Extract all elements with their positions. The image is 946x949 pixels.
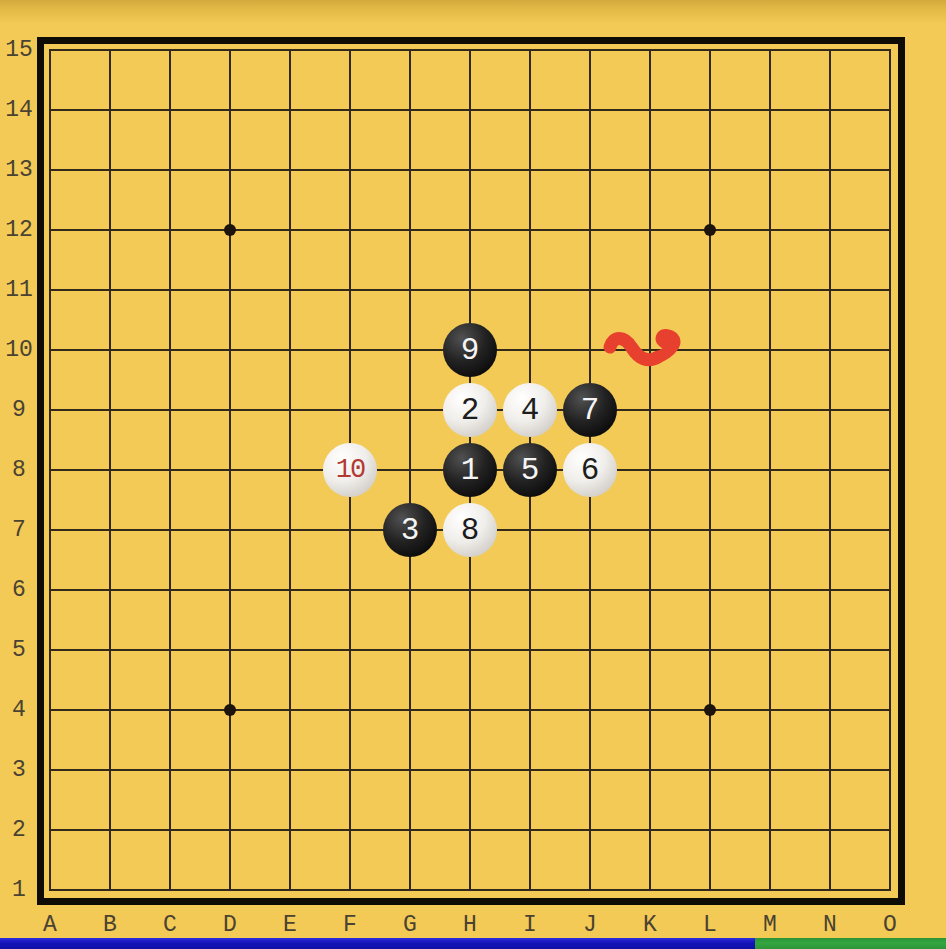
stone-5-black-I8: 5 <box>503 443 557 497</box>
status-bar <box>0 938 946 949</box>
board-grid[interactable]: 12345678910 <box>20 20 920 920</box>
stone-3-black-G7: 3 <box>383 503 437 557</box>
stone-9-black-H10: 9 <box>443 323 497 377</box>
status-bar-green-segment <box>755 938 946 949</box>
star-point-L4 <box>704 704 716 716</box>
stone-1-black-H8: 1 <box>443 443 497 497</box>
gomoku-app-window: 151413121110987654321 12345678910 ABCDEF… <box>0 0 946 949</box>
stone-4-white-I9: 4 <box>503 383 557 437</box>
status-bar-blue-segment <box>0 938 755 949</box>
stone-2-white-H9: 2 <box>443 383 497 437</box>
star-point-L12 <box>704 224 716 236</box>
stone-10-white-F8: 10 <box>323 443 377 497</box>
stone-8-white-H7: 8 <box>443 503 497 557</box>
stone-7-black-J9: 7 <box>563 383 617 437</box>
red-check-annotation <box>601 327 693 377</box>
stone-6-white-J8: 6 <box>563 443 617 497</box>
star-point-D12 <box>224 224 236 236</box>
star-point-D4 <box>224 704 236 716</box>
